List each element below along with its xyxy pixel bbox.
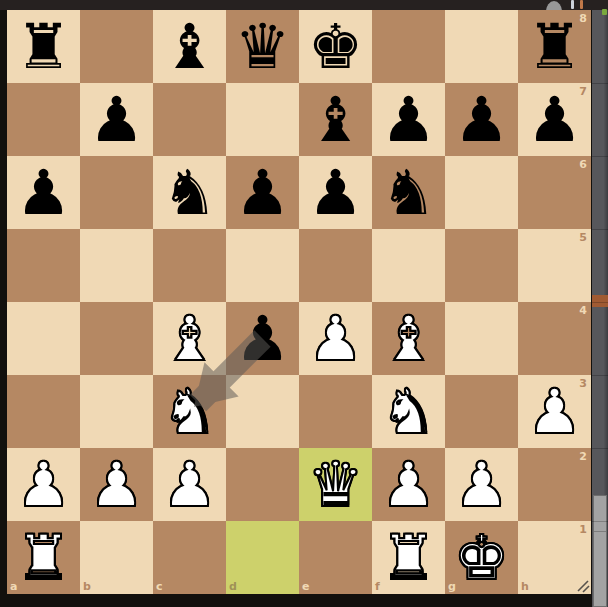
chess-app: ♜♝♛♚♜8♟♝♟♟♟7♟♞♟♟♞65♝♟♟♝4♞♞♟3♟♟♟♛♟♟2♜abcd… bbox=[0, 0, 608, 607]
square-c7[interactable] bbox=[153, 83, 226, 156]
piece-white-pawn[interactable]: ♟ bbox=[445, 448, 518, 521]
piece-white-bishop[interactable]: ♝ bbox=[153, 302, 226, 375]
square-b7[interactable]: ♟ bbox=[80, 83, 153, 156]
gutter-separator bbox=[592, 448, 608, 449]
file-label-c: c bbox=[156, 580, 163, 593]
square-b3[interactable] bbox=[80, 375, 153, 448]
square-c8[interactable]: ♝ bbox=[153, 10, 226, 83]
square-d7[interactable] bbox=[226, 83, 299, 156]
square-f4[interactable]: ♝ bbox=[372, 302, 445, 375]
file-label-d: d bbox=[229, 580, 237, 593]
piece-white-rook[interactable]: ♜ bbox=[7, 521, 80, 594]
file-label-h: h bbox=[521, 580, 529, 593]
square-g7[interactable]: ♟ bbox=[445, 83, 518, 156]
rank-label-5: 5 bbox=[579, 231, 587, 244]
square-a2[interactable]: ♟ bbox=[7, 448, 80, 521]
piece-white-pawn[interactable]: ♟ bbox=[153, 448, 226, 521]
resize-handle-icon[interactable] bbox=[575, 578, 590, 593]
rank-label-2: 2 bbox=[579, 450, 587, 463]
square-a7[interactable] bbox=[7, 83, 80, 156]
piece-black-pawn[interactable]: ♟ bbox=[226, 302, 299, 375]
gutter-separator bbox=[592, 229, 608, 230]
file-label-b: b bbox=[83, 580, 91, 593]
gutter-separator bbox=[592, 375, 608, 376]
top-chrome-bar bbox=[0, 0, 608, 10]
square-d5[interactable] bbox=[226, 229, 299, 302]
square-e6[interactable]: ♟ bbox=[299, 156, 372, 229]
rank-label-6: 6 bbox=[579, 158, 587, 171]
piece-white-knight[interactable]: ♞ bbox=[372, 375, 445, 448]
piece-black-bishop[interactable]: ♝ bbox=[153, 10, 226, 83]
scroll-marker[interactable] bbox=[592, 295, 608, 307]
file-label-g: g bbox=[448, 580, 456, 593]
square-f3[interactable]: ♞ bbox=[372, 375, 445, 448]
square-g3[interactable] bbox=[445, 375, 518, 448]
square-d1[interactable]: d bbox=[226, 521, 299, 594]
piece-black-bishop[interactable]: ♝ bbox=[299, 83, 372, 156]
flag-bar-icon bbox=[571, 0, 574, 9]
square-d8[interactable]: ♛ bbox=[226, 10, 299, 83]
square-a5[interactable] bbox=[7, 229, 80, 302]
square-e4[interactable]: ♟ bbox=[299, 302, 372, 375]
square-d4[interactable]: ♟ bbox=[226, 302, 299, 375]
gutter-separator bbox=[592, 156, 608, 157]
piece-white-pawn[interactable]: ♟ bbox=[7, 448, 80, 521]
square-g1[interactable]: ♚g bbox=[445, 521, 518, 594]
scroll-gutter[interactable] bbox=[592, 10, 608, 607]
piece-black-pawn[interactable]: ♟ bbox=[80, 83, 153, 156]
piece-black-king[interactable]: ♚ bbox=[299, 10, 372, 83]
square-c6[interactable]: ♞ bbox=[153, 156, 226, 229]
square-a3[interactable] bbox=[7, 375, 80, 448]
square-a6[interactable]: ♟ bbox=[7, 156, 80, 229]
square-b5[interactable] bbox=[80, 229, 153, 302]
square-e1[interactable]: e bbox=[299, 521, 372, 594]
square-h4[interactable]: 4 bbox=[518, 302, 591, 375]
file-label-a: a bbox=[10, 580, 17, 593]
square-f6[interactable]: ♞ bbox=[372, 156, 445, 229]
square-c5[interactable] bbox=[153, 229, 226, 302]
flag-bar-icon bbox=[580, 0, 583, 9]
piece-white-pawn[interactable]: ♟ bbox=[80, 448, 153, 521]
square-f1[interactable]: ♜f bbox=[372, 521, 445, 594]
rank-label-1: 1 bbox=[579, 523, 587, 536]
square-a4[interactable] bbox=[7, 302, 80, 375]
piece-white-king[interactable]: ♚ bbox=[445, 521, 518, 594]
piece-white-pawn[interactable]: ♟ bbox=[372, 448, 445, 521]
square-g4[interactable] bbox=[445, 302, 518, 375]
rank-label-7: 7 bbox=[579, 85, 587, 98]
square-c4[interactable]: ♝ bbox=[153, 302, 226, 375]
piece-black-pawn[interactable]: ♟ bbox=[299, 156, 372, 229]
piece-black-knight[interactable]: ♞ bbox=[153, 156, 226, 229]
square-h3[interactable]: ♟3 bbox=[518, 375, 591, 448]
square-h6[interactable]: 6 bbox=[518, 156, 591, 229]
square-h8[interactable]: ♜8 bbox=[518, 10, 591, 83]
square-b4[interactable] bbox=[80, 302, 153, 375]
file-label-e: e bbox=[302, 580, 309, 593]
piece-white-pawn[interactable]: ♟ bbox=[299, 302, 372, 375]
square-d2[interactable] bbox=[226, 448, 299, 521]
square-b8[interactable] bbox=[80, 10, 153, 83]
square-h5[interactable]: 5 bbox=[518, 229, 591, 302]
board[interactable]: ♜♝♛♚♜8♟♝♟♟♟7♟♞♟♟♞65♝♟♟♝4♞♞♟3♟♟♟♛♟♟2♜abcd… bbox=[7, 10, 591, 594]
piece-white-queen[interactable]: ♛ bbox=[299, 448, 372, 521]
square-f2[interactable]: ♟ bbox=[372, 448, 445, 521]
piece-white-knight[interactable]: ♞ bbox=[153, 375, 226, 448]
square-e8[interactable]: ♚ bbox=[299, 10, 372, 83]
square-d6[interactable]: ♟ bbox=[226, 156, 299, 229]
square-g5[interactable] bbox=[445, 229, 518, 302]
gutter-separator bbox=[592, 83, 608, 84]
square-f7[interactable]: ♟ bbox=[372, 83, 445, 156]
square-e7[interactable]: ♝ bbox=[299, 83, 372, 156]
rank-label-8: 8 bbox=[579, 12, 587, 25]
gutter-separator bbox=[592, 302, 608, 303]
piece-black-pawn[interactable]: ♟ bbox=[445, 83, 518, 156]
gutter-separator bbox=[592, 521, 608, 522]
square-h2[interactable]: 2 bbox=[518, 448, 591, 521]
square-f5[interactable] bbox=[372, 229, 445, 302]
square-c1[interactable]: c bbox=[153, 521, 226, 594]
square-b6[interactable] bbox=[80, 156, 153, 229]
thumb-divider bbox=[594, 531, 606, 532]
piece-black-pawn[interactable]: ♟ bbox=[372, 83, 445, 156]
square-d3[interactable] bbox=[226, 375, 299, 448]
rank-label-4: 4 bbox=[579, 304, 587, 317]
square-e2[interactable]: ♛ bbox=[299, 448, 372, 521]
square-c2[interactable]: ♟ bbox=[153, 448, 226, 521]
piece-white-bishop[interactable]: ♝ bbox=[372, 302, 445, 375]
square-b2[interactable]: ♟ bbox=[80, 448, 153, 521]
square-f8[interactable] bbox=[372, 10, 445, 83]
user-silhouette-icon[interactable] bbox=[546, 1, 562, 10]
square-a8[interactable]: ♜ bbox=[7, 10, 80, 83]
scrollbar-thumb[interactable] bbox=[593, 495, 607, 607]
square-h7[interactable]: ♟7 bbox=[518, 83, 591, 156]
square-c3[interactable]: ♞ bbox=[153, 375, 226, 448]
piece-black-queen[interactable]: ♛ bbox=[226, 10, 299, 83]
piece-white-rook[interactable]: ♜ bbox=[372, 521, 445, 594]
piece-black-pawn[interactable]: ♟ bbox=[226, 156, 299, 229]
file-label-f: f bbox=[375, 580, 380, 593]
online-indicator-dot bbox=[602, 9, 607, 15]
square-a1[interactable]: ♜a bbox=[7, 521, 80, 594]
square-b1[interactable]: b bbox=[80, 521, 153, 594]
square-e3[interactable] bbox=[299, 375, 372, 448]
rank-label-3: 3 bbox=[579, 377, 587, 390]
square-g2[interactable]: ♟ bbox=[445, 448, 518, 521]
square-g8[interactable] bbox=[445, 10, 518, 83]
chess-board-wrap: ♜♝♛♚♜8♟♝♟♟♟7♟♞♟♟♞65♝♟♟♝4♞♞♟3♟♟♟♛♟♟2♜abcd… bbox=[7, 10, 591, 594]
piece-black-knight[interactable]: ♞ bbox=[372, 156, 445, 229]
square-g6[interactable] bbox=[445, 156, 518, 229]
piece-black-rook[interactable]: ♜ bbox=[7, 10, 80, 83]
piece-black-pawn[interactable]: ♟ bbox=[7, 156, 80, 229]
square-e5[interactable] bbox=[299, 229, 372, 302]
